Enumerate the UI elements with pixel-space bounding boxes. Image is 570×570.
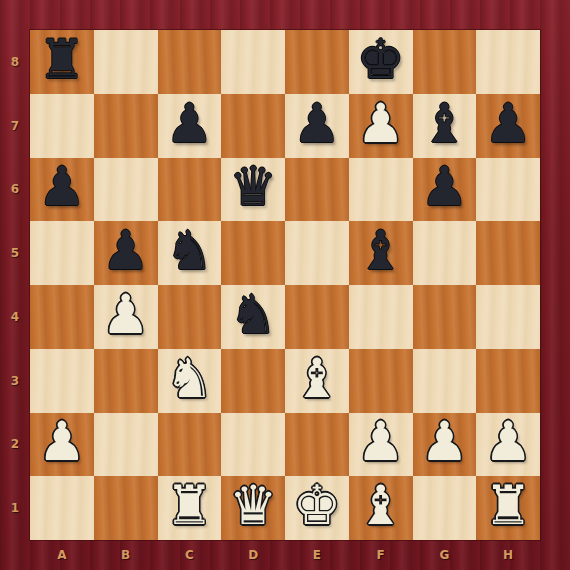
file-label-h: H (476, 540, 540, 570)
square-a1[interactable] (30, 476, 94, 540)
square-d5[interactable] (221, 221, 285, 285)
square-g4[interactable] (413, 285, 477, 349)
piece-black-knight[interactable]: ♞ (229, 288, 277, 342)
square-b2[interactable] (94, 413, 158, 477)
square-d7[interactable] (221, 94, 285, 158)
square-b4[interactable]: ♟ (94, 285, 158, 349)
piece-white-pawn[interactable]: ♟ (356, 415, 404, 469)
square-c1[interactable]: ♜ (158, 476, 222, 540)
square-a8[interactable]: ♜ (30, 30, 94, 94)
square-f3[interactable] (349, 349, 413, 413)
piece-black-king[interactable]: ♚ (356, 33, 404, 87)
piece-black-pawn[interactable]: ♟ (165, 97, 213, 151)
piece-white-pawn[interactable]: ♟ (356, 97, 404, 151)
rank-label-6: 6 (0, 158, 30, 222)
square-g3[interactable] (413, 349, 477, 413)
chess-board-frame: 87654321 ♜♚♟♟♟♝♟♟♛♟♟♞♝♟♞♞♝♟♟♟♟♜♛♚♝♜ ABCD… (0, 0, 570, 570)
square-d6[interactable]: ♛ (221, 158, 285, 222)
square-d8[interactable] (221, 30, 285, 94)
square-a7[interactable] (30, 94, 94, 158)
square-d3[interactable] (221, 349, 285, 413)
square-c4[interactable] (158, 285, 222, 349)
file-label-g: G (413, 540, 477, 570)
file-label-e: E (285, 540, 349, 570)
square-e2[interactable] (285, 413, 349, 477)
square-g6[interactable]: ♟ (413, 158, 477, 222)
square-a3[interactable] (30, 349, 94, 413)
square-e7[interactable]: ♟ (285, 94, 349, 158)
piece-white-pawn[interactable]: ♟ (420, 415, 468, 469)
piece-black-rook[interactable]: ♜ (38, 33, 86, 87)
square-f1[interactable]: ♝ (349, 476, 413, 540)
square-f4[interactable] (349, 285, 413, 349)
square-g2[interactable]: ♟ (413, 413, 477, 477)
file-label-a: A (30, 540, 94, 570)
square-c2[interactable] (158, 413, 222, 477)
square-g1[interactable] (413, 476, 477, 540)
piece-black-pawn[interactable]: ♟ (38, 160, 86, 214)
piece-white-king[interactable]: ♚ (293, 479, 341, 533)
square-b6[interactable] (94, 158, 158, 222)
square-c6[interactable] (158, 158, 222, 222)
square-h6[interactable] (476, 158, 540, 222)
square-d2[interactable] (221, 413, 285, 477)
piece-white-rook[interactable]: ♜ (484, 479, 532, 533)
rank-label-8: 8 (0, 30, 30, 94)
piece-black-pawn[interactable]: ♟ (293, 97, 341, 151)
square-c5[interactable]: ♞ (158, 221, 222, 285)
rank-label-1: 1 (0, 476, 30, 540)
piece-white-pawn[interactable]: ♟ (484, 415, 532, 469)
square-c3[interactable]: ♞ (158, 349, 222, 413)
square-b1[interactable] (94, 476, 158, 540)
square-a5[interactable] (30, 221, 94, 285)
square-a2[interactable]: ♟ (30, 413, 94, 477)
file-labels: ABCDEFGH (30, 540, 540, 570)
square-f6[interactable] (349, 158, 413, 222)
square-b7[interactable] (94, 94, 158, 158)
rank-label-5: 5 (0, 221, 30, 285)
file-label-d: D (221, 540, 285, 570)
piece-white-knight[interactable]: ♞ (165, 352, 213, 406)
piece-white-rook[interactable]: ♜ (165, 479, 213, 533)
rank-label-2: 2 (0, 413, 30, 477)
square-b3[interactable] (94, 349, 158, 413)
square-f8[interactable]: ♚ (349, 30, 413, 94)
square-e8[interactable] (285, 30, 349, 94)
square-h1[interactable]: ♜ (476, 476, 540, 540)
piece-white-pawn[interactable]: ♟ (101, 288, 149, 342)
piece-black-knight[interactable]: ♞ (165, 224, 213, 278)
square-d4[interactable]: ♞ (221, 285, 285, 349)
piece-black-pawn[interactable]: ♟ (484, 97, 532, 151)
square-c7[interactable]: ♟ (158, 94, 222, 158)
piece-white-bishop[interactable]: ♝ (356, 479, 404, 533)
square-d1[interactable]: ♛ (221, 476, 285, 540)
square-h2[interactable]: ♟ (476, 413, 540, 477)
square-h4[interactable] (476, 285, 540, 349)
square-g5[interactable] (413, 221, 477, 285)
square-e1[interactable]: ♚ (285, 476, 349, 540)
square-e4[interactable] (285, 285, 349, 349)
piece-white-queen[interactable]: ♛ (229, 479, 277, 533)
square-g7[interactable]: ♝ (413, 94, 477, 158)
file-label-b: B (94, 540, 158, 570)
piece-black-queen[interactable]: ♛ (229, 160, 277, 214)
square-h8[interactable] (476, 30, 540, 94)
square-a4[interactable] (30, 285, 94, 349)
square-g8[interactable] (413, 30, 477, 94)
square-e3[interactable]: ♝ (285, 349, 349, 413)
square-f5[interactable]: ♝ (349, 221, 413, 285)
piece-black-pawn[interactable]: ♟ (420, 160, 468, 214)
square-h5[interactable] (476, 221, 540, 285)
square-h3[interactable] (476, 349, 540, 413)
file-label-c: C (158, 540, 222, 570)
file-label-f: F (349, 540, 413, 570)
rank-label-3: 3 (0, 349, 30, 413)
rank-labels: 87654321 (0, 30, 30, 540)
square-e6[interactable] (285, 158, 349, 222)
piece-white-bishop[interactable]: ♝ (293, 352, 341, 406)
rank-label-4: 4 (0, 285, 30, 349)
piece-black-bishop[interactable]: ♝ (356, 224, 404, 278)
chess-board: ♜♚♟♟♟♝♟♟♛♟♟♞♝♟♞♞♝♟♟♟♟♜♛♚♝♜ (30, 30, 540, 540)
piece-white-pawn[interactable]: ♟ (38, 415, 86, 469)
square-b5[interactable]: ♟ (94, 221, 158, 285)
square-c8[interactable] (158, 30, 222, 94)
rank-label-7: 7 (0, 94, 30, 158)
square-e5[interactable] (285, 221, 349, 285)
piece-black-pawn[interactable]: ♟ (101, 224, 149, 278)
square-f7[interactable]: ♟ (349, 94, 413, 158)
square-h7[interactable]: ♟ (476, 94, 540, 158)
square-b8[interactable] (94, 30, 158, 94)
square-a6[interactable]: ♟ (30, 158, 94, 222)
piece-black-bishop[interactable]: ♝ (420, 97, 468, 151)
square-f2[interactable]: ♟ (349, 413, 413, 477)
